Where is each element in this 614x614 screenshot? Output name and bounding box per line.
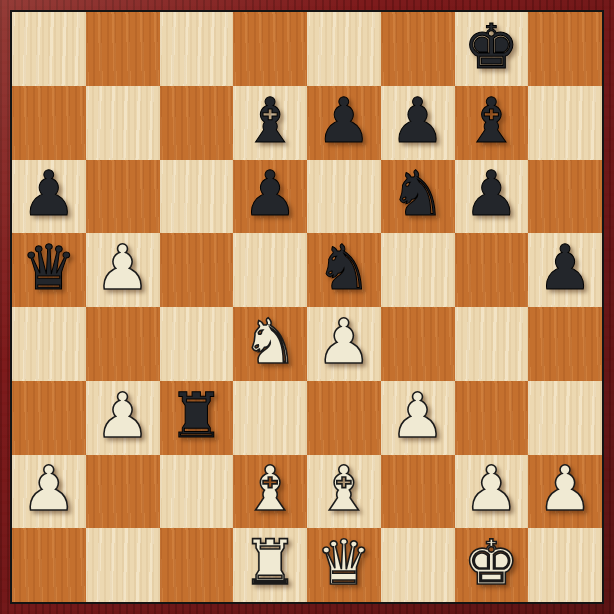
- square-a6[interactable]: ♟: [12, 160, 86, 234]
- square-g4[interactable]: [455, 307, 529, 381]
- square-b3[interactable]: ♟: [86, 381, 160, 455]
- white-queen[interactable]: ♛: [316, 532, 372, 594]
- square-c8[interactable]: [160, 12, 234, 86]
- square-g5[interactable]: [455, 233, 529, 307]
- square-c4[interactable]: [160, 307, 234, 381]
- black-queen[interactable]: ♛: [21, 237, 77, 299]
- square-b5[interactable]: ♟: [86, 233, 160, 307]
- square-c6[interactable]: [160, 160, 234, 234]
- square-e1[interactable]: ♛: [307, 528, 381, 602]
- black-bishop[interactable]: ♝: [464, 90, 520, 152]
- square-a3[interactable]: [12, 381, 86, 455]
- white-king[interactable]: ♚: [464, 532, 520, 594]
- square-e8[interactable]: [307, 12, 381, 86]
- chess-app-window: ♚♝♟♟♝♟♟♞♟♛♟♞♟♞♟♟♜♟♟♝♝♟♟♜♛♚: [0, 0, 614, 614]
- black-bishop[interactable]: ♝: [242, 90, 298, 152]
- square-c5[interactable]: [160, 233, 234, 307]
- square-f4[interactable]: [381, 307, 455, 381]
- square-c1[interactable]: [160, 528, 234, 602]
- white-pawn[interactable]: ♟: [464, 458, 520, 520]
- square-a7[interactable]: [12, 86, 86, 160]
- black-pawn[interactable]: ♟: [390, 90, 446, 152]
- square-b7[interactable]: [86, 86, 160, 160]
- square-h4[interactable]: [528, 307, 602, 381]
- black-pawn[interactable]: ♟: [21, 163, 77, 225]
- white-pawn[interactable]: ♟: [316, 311, 372, 373]
- square-d6[interactable]: ♟: [233, 160, 307, 234]
- square-h8[interactable]: [528, 12, 602, 86]
- square-e6[interactable]: [307, 160, 381, 234]
- white-pawn[interactable]: ♟: [95, 385, 151, 447]
- white-bishop[interactable]: ♝: [242, 458, 298, 520]
- square-d4[interactable]: ♞: [233, 307, 307, 381]
- white-pawn[interactable]: ♟: [537, 458, 593, 520]
- white-rook[interactable]: ♜: [242, 532, 298, 594]
- chess-board: ♚♝♟♟♝♟♟♞♟♛♟♞♟♞♟♟♜♟♟♝♝♟♟♜♛♚: [12, 12, 602, 602]
- square-b8[interactable]: [86, 12, 160, 86]
- square-f3[interactable]: ♟: [381, 381, 455, 455]
- white-pawn[interactable]: ♟: [95, 237, 151, 299]
- board-inner-frame-line: ♚♝♟♟♝♟♟♞♟♛♟♞♟♞♟♟♜♟♟♝♝♟♟♜♛♚: [10, 10, 604, 604]
- square-f1[interactable]: [381, 528, 455, 602]
- black-knight[interactable]: ♞: [390, 163, 446, 225]
- square-d7[interactable]: ♝: [233, 86, 307, 160]
- square-a1[interactable]: [12, 528, 86, 602]
- square-d2[interactable]: ♝: [233, 455, 307, 529]
- square-h1[interactable]: [528, 528, 602, 602]
- square-g1[interactable]: ♚: [455, 528, 529, 602]
- black-king[interactable]: ♚: [464, 16, 520, 78]
- square-f8[interactable]: [381, 12, 455, 86]
- board-frame: ♚♝♟♟♝♟♟♞♟♛♟♞♟♞♟♟♜♟♟♝♝♟♟♜♛♚: [0, 0, 614, 614]
- square-e3[interactable]: [307, 381, 381, 455]
- black-rook[interactable]: ♜: [169, 385, 225, 447]
- square-e5[interactable]: ♞: [307, 233, 381, 307]
- square-g2[interactable]: ♟: [455, 455, 529, 529]
- square-h6[interactable]: [528, 160, 602, 234]
- square-a4[interactable]: [12, 307, 86, 381]
- square-h3[interactable]: [528, 381, 602, 455]
- square-b2[interactable]: [86, 455, 160, 529]
- square-g3[interactable]: [455, 381, 529, 455]
- square-d5[interactable]: [233, 233, 307, 307]
- black-pawn[interactable]: ♟: [242, 163, 298, 225]
- square-a5[interactable]: ♛: [12, 233, 86, 307]
- square-g6[interactable]: ♟: [455, 160, 529, 234]
- square-b6[interactable]: [86, 160, 160, 234]
- square-f2[interactable]: [381, 455, 455, 529]
- square-a8[interactable]: [12, 12, 86, 86]
- square-g8[interactable]: ♚: [455, 12, 529, 86]
- square-d1[interactable]: ♜: [233, 528, 307, 602]
- square-f5[interactable]: [381, 233, 455, 307]
- square-a2[interactable]: ♟: [12, 455, 86, 529]
- square-d3[interactable]: [233, 381, 307, 455]
- square-c3[interactable]: ♜: [160, 381, 234, 455]
- square-e7[interactable]: ♟: [307, 86, 381, 160]
- square-h2[interactable]: ♟: [528, 455, 602, 529]
- square-b4[interactable]: [86, 307, 160, 381]
- black-pawn[interactable]: ♟: [537, 237, 593, 299]
- black-pawn[interactable]: ♟: [464, 163, 520, 225]
- white-bishop[interactable]: ♝: [316, 458, 372, 520]
- black-pawn[interactable]: ♟: [316, 90, 372, 152]
- square-e2[interactable]: ♝: [307, 455, 381, 529]
- square-b1[interactable]: [86, 528, 160, 602]
- black-knight[interactable]: ♞: [316, 237, 372, 299]
- square-g7[interactable]: ♝: [455, 86, 529, 160]
- white-pawn[interactable]: ♟: [390, 385, 446, 447]
- square-d8[interactable]: [233, 12, 307, 86]
- square-f6[interactable]: ♞: [381, 160, 455, 234]
- white-pawn[interactable]: ♟: [21, 458, 77, 520]
- white-knight[interactable]: ♞: [242, 311, 298, 373]
- square-e4[interactable]: ♟: [307, 307, 381, 381]
- square-f7[interactable]: ♟: [381, 86, 455, 160]
- square-c2[interactable]: [160, 455, 234, 529]
- square-c7[interactable]: [160, 86, 234, 160]
- square-h7[interactable]: [528, 86, 602, 160]
- square-h5[interactable]: ♟: [528, 233, 602, 307]
